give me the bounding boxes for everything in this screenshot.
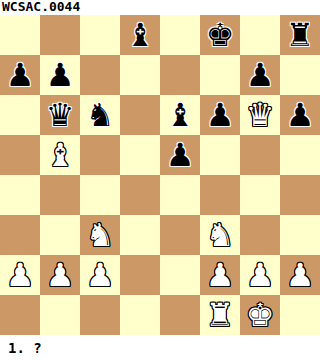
square-f6[interactable]: ♟ bbox=[200, 95, 240, 135]
square-e5[interactable]: ♟ bbox=[160, 135, 200, 175]
chess-board: ♝♚♜♟♟♟♛♞♝♟♛♟♝♟♞♞♟♟♟♟♟♟♜♚ bbox=[0, 15, 320, 335]
square-g2[interactable]: ♟ bbox=[240, 255, 280, 295]
square-e1[interactable] bbox=[160, 295, 200, 335]
square-a3[interactable] bbox=[0, 215, 40, 255]
piece-black-pawn: ♟ bbox=[246, 55, 275, 95]
square-g4[interactable] bbox=[240, 175, 280, 215]
square-f1[interactable]: ♜ bbox=[200, 295, 240, 335]
square-a6[interactable] bbox=[0, 95, 40, 135]
piece-black-rook: ♜ bbox=[286, 15, 315, 55]
square-h6[interactable]: ♟ bbox=[280, 95, 320, 135]
square-f7[interactable] bbox=[200, 55, 240, 95]
square-e3[interactable] bbox=[160, 215, 200, 255]
piece-black-pawn: ♟ bbox=[6, 55, 35, 95]
square-a8[interactable] bbox=[0, 15, 40, 55]
square-b1[interactable] bbox=[40, 295, 80, 335]
square-d3[interactable] bbox=[120, 215, 160, 255]
square-e2[interactable] bbox=[160, 255, 200, 295]
square-c1[interactable] bbox=[80, 295, 120, 335]
square-b3[interactable] bbox=[40, 215, 80, 255]
square-b2[interactable]: ♟ bbox=[40, 255, 80, 295]
piece-black-queen: ♛ bbox=[46, 95, 75, 135]
piece-black-pawn: ♟ bbox=[46, 55, 75, 95]
piece-black-bishop: ♝ bbox=[126, 15, 155, 55]
square-c2[interactable]: ♟ bbox=[80, 255, 120, 295]
piece-black-knight: ♞ bbox=[86, 95, 115, 135]
piece-white-knight: ♞ bbox=[86, 215, 115, 255]
piece-white-pawn: ♟ bbox=[6, 255, 35, 295]
piece-white-rook: ♜ bbox=[206, 295, 235, 335]
square-d5[interactable] bbox=[120, 135, 160, 175]
square-h8[interactable]: ♜ bbox=[280, 15, 320, 55]
square-f2[interactable]: ♟ bbox=[200, 255, 240, 295]
piece-black-pawn: ♟ bbox=[206, 95, 235, 135]
square-g8[interactable] bbox=[240, 15, 280, 55]
square-b4[interactable] bbox=[40, 175, 80, 215]
square-e6[interactable]: ♝ bbox=[160, 95, 200, 135]
square-h2[interactable]: ♟ bbox=[280, 255, 320, 295]
move-prompt: 1. ? bbox=[0, 335, 320, 360]
piece-black-bishop: ♝ bbox=[166, 95, 195, 135]
piece-black-pawn: ♟ bbox=[286, 95, 315, 135]
piece-white-pawn: ♟ bbox=[46, 255, 75, 295]
square-c6[interactable]: ♞ bbox=[80, 95, 120, 135]
square-d7[interactable] bbox=[120, 55, 160, 95]
piece-black-king: ♚ bbox=[206, 15, 235, 55]
square-d1[interactable] bbox=[120, 295, 160, 335]
piece-white-king: ♚ bbox=[246, 295, 275, 335]
square-h1[interactable] bbox=[280, 295, 320, 335]
piece-black-pawn: ♟ bbox=[166, 135, 195, 175]
square-c4[interactable] bbox=[80, 175, 120, 215]
square-e8[interactable] bbox=[160, 15, 200, 55]
square-b7[interactable]: ♟ bbox=[40, 55, 80, 95]
square-f5[interactable] bbox=[200, 135, 240, 175]
square-b5[interactable]: ♝ bbox=[40, 135, 80, 175]
square-e4[interactable] bbox=[160, 175, 200, 215]
square-f8[interactable]: ♚ bbox=[200, 15, 240, 55]
square-d4[interactable] bbox=[120, 175, 160, 215]
square-d8[interactable]: ♝ bbox=[120, 15, 160, 55]
square-c7[interactable] bbox=[80, 55, 120, 95]
square-b6[interactable]: ♛ bbox=[40, 95, 80, 135]
piece-white-pawn: ♟ bbox=[206, 255, 235, 295]
square-h5[interactable] bbox=[280, 135, 320, 175]
puzzle-title: WCSAC.0044 bbox=[0, 0, 320, 15]
square-d2[interactable] bbox=[120, 255, 160, 295]
square-a5[interactable] bbox=[0, 135, 40, 175]
square-h7[interactable] bbox=[280, 55, 320, 95]
square-d6[interactable] bbox=[120, 95, 160, 135]
square-h4[interactable] bbox=[280, 175, 320, 215]
square-c8[interactable] bbox=[80, 15, 120, 55]
square-a7[interactable]: ♟ bbox=[0, 55, 40, 95]
square-g6[interactable]: ♛ bbox=[240, 95, 280, 135]
piece-white-bishop: ♝ bbox=[46, 135, 75, 175]
square-c5[interactable] bbox=[80, 135, 120, 175]
piece-white-pawn: ♟ bbox=[246, 255, 275, 295]
square-b8[interactable] bbox=[40, 15, 80, 55]
square-g5[interactable] bbox=[240, 135, 280, 175]
square-e7[interactable] bbox=[160, 55, 200, 95]
square-h3[interactable] bbox=[280, 215, 320, 255]
square-a4[interactable] bbox=[0, 175, 40, 215]
square-g7[interactable]: ♟ bbox=[240, 55, 280, 95]
square-a1[interactable] bbox=[0, 295, 40, 335]
piece-white-queen: ♛ bbox=[246, 95, 275, 135]
square-a2[interactable]: ♟ bbox=[0, 255, 40, 295]
square-c3[interactable]: ♞ bbox=[80, 215, 120, 255]
square-g3[interactable] bbox=[240, 215, 280, 255]
piece-white-pawn: ♟ bbox=[286, 255, 315, 295]
piece-white-knight: ♞ bbox=[206, 215, 235, 255]
square-f4[interactable] bbox=[200, 175, 240, 215]
square-g1[interactable]: ♚ bbox=[240, 295, 280, 335]
piece-white-pawn: ♟ bbox=[86, 255, 115, 295]
square-f3[interactable]: ♞ bbox=[200, 215, 240, 255]
